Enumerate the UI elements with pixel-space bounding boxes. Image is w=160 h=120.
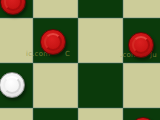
white-checker-ring — [3, 76, 21, 94]
checkers-game-view: ic.comC.comJu — [0, 0, 160, 120]
board-square-dark[interactable] — [33, 108, 78, 120]
white-checker-piece[interactable] — [0, 72, 25, 98]
board-square-light[interactable] — [78, 108, 123, 120]
board-square-dark[interactable] — [78, 0, 123, 18]
checkers-board — [0, 0, 160, 120]
board-square-dark[interactable] — [78, 63, 123, 108]
red-checker-piece[interactable] — [40, 29, 66, 55]
red-checker-piece[interactable] — [128, 32, 154, 58]
red-checker-ring — [4, 0, 22, 11]
board-square-light[interactable] — [123, 0, 160, 18]
watermark-text: C — [65, 50, 70, 58]
board-square-light[interactable] — [123, 63, 160, 108]
board-square-light[interactable] — [33, 63, 78, 108]
board-square-light[interactable] — [0, 108, 33, 120]
board-square-light[interactable] — [33, 0, 78, 18]
red-checker-ring — [44, 33, 62, 51]
board-square-light[interactable] — [78, 18, 123, 63]
red-checker-ring — [132, 36, 150, 54]
